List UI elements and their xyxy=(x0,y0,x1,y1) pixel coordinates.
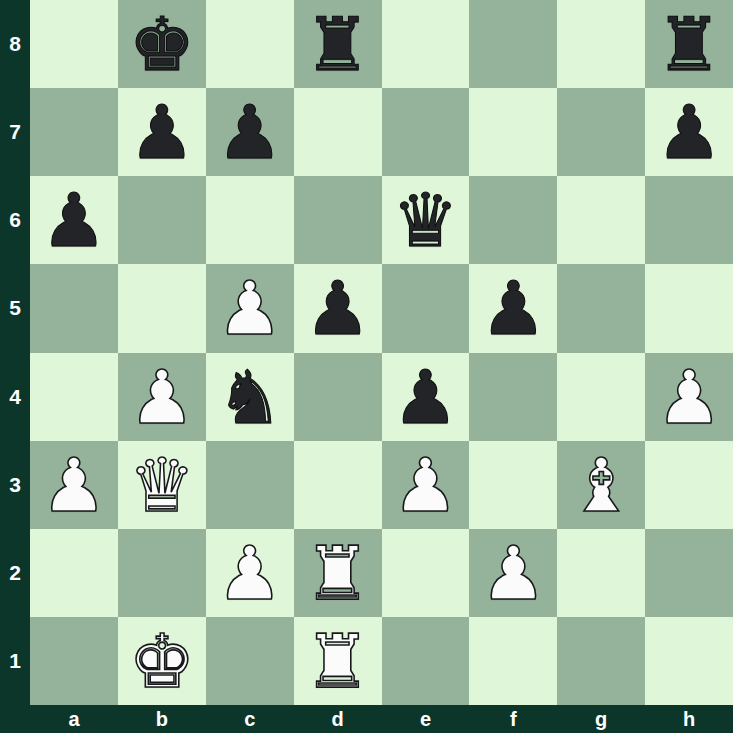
square-a7[interactable] xyxy=(30,88,118,176)
piece-black-pawn-b7[interactable]: ♟ xyxy=(129,88,195,176)
square-a3[interactable]: ♟ xyxy=(30,441,118,529)
square-h4[interactable]: ♟ xyxy=(645,353,733,441)
square-g5[interactable] xyxy=(557,264,645,352)
square-e1[interactable] xyxy=(382,617,470,705)
square-e6[interactable]: ♛ xyxy=(382,176,470,264)
piece-black-pawn-c7[interactable]: ♟ xyxy=(217,88,283,176)
square-h8[interactable]: ♜ xyxy=(645,0,733,88)
square-b2[interactable] xyxy=(118,529,206,617)
rank-label-4: 4 xyxy=(0,353,30,441)
rank-label-5: 5 xyxy=(0,264,30,352)
piece-white-pawn-b4[interactable]: ♟ xyxy=(129,353,195,441)
square-g8[interactable] xyxy=(557,0,645,88)
piece-white-rook-d1[interactable]: ♜ xyxy=(304,617,370,705)
piece-white-pawn-e3[interactable]: ♟ xyxy=(392,441,458,529)
square-a6[interactable]: ♟ xyxy=(30,176,118,264)
square-f2[interactable]: ♟ xyxy=(469,529,557,617)
piece-black-pawn-d5[interactable]: ♟ xyxy=(304,264,370,352)
piece-black-knight-c4[interactable]: ♞ xyxy=(217,353,283,441)
square-d6[interactable] xyxy=(294,176,382,264)
square-d7[interactable] xyxy=(294,88,382,176)
rank-label-1: 1 xyxy=(0,617,30,705)
square-e2[interactable] xyxy=(382,529,470,617)
square-c7[interactable]: ♟ xyxy=(206,88,294,176)
square-b7[interactable]: ♟ xyxy=(118,88,206,176)
square-f5[interactable]: ♟ xyxy=(469,264,557,352)
file-label-f: f xyxy=(469,705,557,733)
square-b3[interactable]: ♛ xyxy=(118,441,206,529)
piece-black-rook-d8[interactable]: ♜ xyxy=(304,0,370,88)
square-a5[interactable] xyxy=(30,264,118,352)
rank-label-3: 3 xyxy=(0,441,30,529)
square-d2[interactable]: ♜ xyxy=(294,529,382,617)
piece-black-queen-e6[interactable]: ♛ xyxy=(392,176,458,264)
piece-black-pawn-a6[interactable]: ♟ xyxy=(41,176,107,264)
square-c1[interactable] xyxy=(206,617,294,705)
file-label-e: e xyxy=(382,705,470,733)
square-f6[interactable] xyxy=(469,176,557,264)
file-label-d: d xyxy=(294,705,382,733)
piece-black-king-b8[interactable]: ♚ xyxy=(129,0,195,88)
rank-label-7: 7 xyxy=(0,88,30,176)
square-h1[interactable] xyxy=(645,617,733,705)
square-g7[interactable] xyxy=(557,88,645,176)
square-f4[interactable] xyxy=(469,353,557,441)
square-e7[interactable] xyxy=(382,88,470,176)
square-c8[interactable] xyxy=(206,0,294,88)
piece-white-pawn-c2[interactable]: ♟ xyxy=(217,529,283,617)
square-f3[interactable] xyxy=(469,441,557,529)
rank-labels: 8 7 6 5 4 3 2 1 xyxy=(0,0,30,705)
square-b5[interactable] xyxy=(118,264,206,352)
square-c5[interactable]: ♟ xyxy=(206,264,294,352)
square-b6[interactable] xyxy=(118,176,206,264)
piece-white-rook-d2[interactable]: ♜ xyxy=(304,529,370,617)
piece-black-pawn-h7[interactable]: ♟ xyxy=(656,88,722,176)
square-f7[interactable] xyxy=(469,88,557,176)
square-g3[interactable]: ♝ xyxy=(557,441,645,529)
square-a1[interactable] xyxy=(30,617,118,705)
chess-board-panel: 8 7 6 5 4 3 2 1 ♚♜♜♟♟♟♟♛♟♟♟♟♞♟♟♟♛♟♝♟♜♟♚♜… xyxy=(0,0,733,733)
square-d8[interactable]: ♜ xyxy=(294,0,382,88)
square-a2[interactable] xyxy=(30,529,118,617)
piece-black-pawn-f5[interactable]: ♟ xyxy=(480,264,546,352)
square-g1[interactable] xyxy=(557,617,645,705)
piece-white-pawn-a3[interactable]: ♟ xyxy=(41,441,107,529)
square-g6[interactable] xyxy=(557,176,645,264)
square-d4[interactable] xyxy=(294,353,382,441)
rank-label-8: 8 xyxy=(0,0,30,88)
square-f1[interactable] xyxy=(469,617,557,705)
piece-white-queen-b3[interactable]: ♛ xyxy=(129,441,195,529)
square-c6[interactable] xyxy=(206,176,294,264)
piece-white-pawn-c5[interactable]: ♟ xyxy=(217,264,283,352)
square-g4[interactable] xyxy=(557,353,645,441)
square-h3[interactable] xyxy=(645,441,733,529)
file-label-b: b xyxy=(118,705,206,733)
file-label-a: a xyxy=(30,705,118,733)
square-d3[interactable] xyxy=(294,441,382,529)
piece-white-pawn-h4[interactable]: ♟ xyxy=(656,353,722,441)
file-label-c: c xyxy=(206,705,294,733)
square-b8[interactable]: ♚ xyxy=(118,0,206,88)
piece-black-rook-h8[interactable]: ♜ xyxy=(656,0,722,88)
rank-label-6: 6 xyxy=(0,176,30,264)
rank-label-2: 2 xyxy=(0,529,30,617)
square-h6[interactable] xyxy=(645,176,733,264)
square-a8[interactable] xyxy=(30,0,118,88)
square-a4[interactable] xyxy=(30,353,118,441)
square-h5[interactable] xyxy=(645,264,733,352)
square-d1[interactable]: ♜ xyxy=(294,617,382,705)
square-g2[interactable] xyxy=(557,529,645,617)
piece-white-pawn-f2[interactable]: ♟ xyxy=(480,529,546,617)
square-b1[interactable]: ♚ xyxy=(118,617,206,705)
square-c4[interactable]: ♞ xyxy=(206,353,294,441)
chess-board: ♚♜♜♟♟♟♟♛♟♟♟♟♞♟♟♟♛♟♝♟♜♟♚♜ xyxy=(30,0,733,705)
piece-white-king-b1[interactable]: ♚ xyxy=(129,617,195,705)
piece-white-bishop-g3[interactable]: ♝ xyxy=(568,441,634,529)
square-d5[interactable]: ♟ xyxy=(294,264,382,352)
square-b4[interactable]: ♟ xyxy=(118,353,206,441)
piece-black-pawn-e4[interactable]: ♟ xyxy=(392,353,458,441)
square-h7[interactable]: ♟ xyxy=(645,88,733,176)
square-f8[interactable] xyxy=(469,0,557,88)
square-h2[interactable] xyxy=(645,529,733,617)
square-c3[interactable] xyxy=(206,441,294,529)
file-label-h: h xyxy=(645,705,733,733)
square-e4[interactable]: ♟ xyxy=(382,353,470,441)
square-e5[interactable] xyxy=(382,264,470,352)
square-c2[interactable]: ♟ xyxy=(206,529,294,617)
file-labels: a b c d e f g h xyxy=(30,705,733,733)
square-e3[interactable]: ♟ xyxy=(382,441,470,529)
square-e8[interactable] xyxy=(382,0,470,88)
file-label-g: g xyxy=(557,705,645,733)
